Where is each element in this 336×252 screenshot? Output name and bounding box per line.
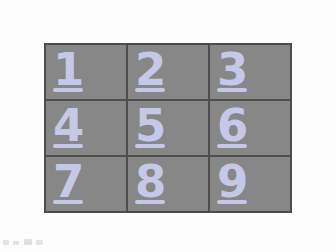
grid-cell-3[interactable]: 3 [210,45,290,99]
grid-cell-9[interactable]: 9 [210,157,290,211]
grid-cell-4[interactable]: 4 [46,101,126,155]
number-label: 1 [53,47,84,92]
number-label: 7 [53,159,84,204]
number-board: 1 2 3 4 5 6 7 8 [44,43,292,213]
grid-cell-1[interactable]: 1 [46,45,126,99]
number-underline [217,200,247,204]
number-label: 9 [217,159,248,204]
faint-toolbar-icon-4[interactable] [36,240,43,245]
number-underline [135,88,165,92]
number-label: 5 [135,103,166,148]
number-underline [217,88,247,92]
number-label: 2 [135,47,166,92]
number-label: 6 [217,103,248,148]
number-label: 4 [53,103,84,148]
number-underline [135,200,165,204]
number-label: 8 [135,159,166,204]
faint-toolbar-icon-1[interactable] [3,240,9,245]
grid-cell-7[interactable]: 7 [46,157,126,211]
number-underline [53,200,83,204]
number-underline [53,144,83,148]
grid-cell-5[interactable]: 5 [128,101,208,155]
faint-toolbar-icon-2[interactable] [12,241,19,245]
number-underline [217,144,247,148]
grid-cell-8[interactable]: 8 [128,157,208,211]
status-bar [3,238,53,248]
grid-cell-6[interactable]: 6 [210,101,290,155]
slide-canvas: 1 2 3 4 5 6 7 8 [0,0,336,252]
number-label: 3 [217,47,248,92]
grid-cell-2[interactable]: 2 [128,45,208,99]
number-underline [53,88,83,92]
number-underline [135,144,165,148]
faint-toolbar-icon-3[interactable] [24,239,32,245]
